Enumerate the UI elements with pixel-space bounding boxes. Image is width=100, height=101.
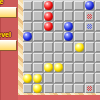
blue-ball[interactable] [23, 32, 32, 41]
board-cell[interactable] [95, 32, 100, 41]
board-cell[interactable] [44, 22, 53, 31]
board-cell[interactable] [95, 11, 100, 20]
sidebar: Score Level [0, 0, 18, 100]
board-cell[interactable] [85, 11, 94, 20]
board-grid [23, 0, 100, 93]
board-cell[interactable] [85, 22, 94, 31]
board-cell[interactable] [44, 73, 53, 82]
board-cell[interactable] [33, 63, 42, 72]
board-cell[interactable] [74, 32, 83, 41]
board-cell[interactable] [85, 1, 94, 10]
board-cell[interactable] [54, 84, 63, 93]
board-cell[interactable] [95, 42, 100, 51]
board-cell[interactable] [64, 73, 73, 82]
yellow-ball[interactable] [23, 74, 32, 83]
board-cell[interactable] [85, 63, 94, 72]
board-cell[interactable] [85, 42, 94, 51]
yellow-ball[interactable] [75, 43, 84, 52]
board-cell[interactable] [44, 84, 53, 93]
frame-bottom-strip [17, 95, 100, 101]
board-cell[interactable] [74, 1, 83, 10]
red-ball[interactable] [44, 1, 53, 10]
yellow-ball[interactable] [33, 84, 42, 93]
board-cell[interactable] [85, 73, 94, 82]
board-cell[interactable] [33, 42, 42, 51]
board-cell[interactable] [74, 53, 83, 62]
board-cell[interactable] [54, 22, 63, 31]
board-cell[interactable] [74, 84, 83, 93]
board-cell[interactable] [54, 11, 63, 20]
board-cell[interactable] [44, 1, 53, 10]
board-cell[interactable] [74, 42, 83, 51]
board-cell[interactable] [54, 42, 63, 51]
board-cell[interactable] [44, 42, 53, 51]
board-cell[interactable] [74, 63, 83, 72]
board-cell[interactable] [33, 22, 42, 31]
yellow-ball[interactable] [44, 63, 53, 72]
board-cell[interactable] [44, 11, 53, 20]
red-ball[interactable] [44, 22, 53, 31]
board-cell[interactable] [23, 53, 32, 62]
board-cell[interactable] [23, 42, 32, 51]
board-cell[interactable] [54, 73, 63, 82]
board-cell[interactable] [95, 1, 100, 10]
blue-ball[interactable] [64, 22, 73, 31]
red-ball[interactable] [44, 12, 53, 21]
board-cell[interactable] [44, 63, 53, 72]
board-cell[interactable] [33, 53, 42, 62]
score-label: Score [0, 0, 3, 5]
board-cell[interactable] [23, 63, 32, 72]
level-label: Level [0, 31, 11, 38]
board-cell[interactable] [64, 84, 73, 93]
next-red-ball-preview-icon [87, 86, 92, 91]
board-cell[interactable] [95, 73, 100, 82]
yellow-ball[interactable] [54, 63, 63, 72]
board-cell[interactable] [23, 1, 32, 10]
board-cell[interactable] [64, 11, 73, 20]
board-cell[interactable] [23, 73, 32, 82]
board-cell[interactable] [95, 63, 100, 72]
next-red-ball-preview-icon [87, 14, 92, 19]
board-cell[interactable] [33, 1, 42, 10]
blue-ball[interactable] [64, 32, 73, 41]
board-cell[interactable] [64, 63, 73, 72]
board-cell[interactable] [54, 32, 63, 41]
board-cell[interactable] [95, 53, 100, 62]
board-cell[interactable] [74, 73, 83, 82]
board-cell[interactable] [33, 11, 42, 20]
board-cell[interactable] [33, 84, 42, 93]
board-cell[interactable] [44, 53, 53, 62]
board-cell[interactable] [64, 53, 73, 62]
board-cell[interactable] [64, 1, 73, 10]
board-cell[interactable] [85, 84, 94, 93]
game-window: Score Level [0, 0, 100, 100]
board-cell[interactable] [74, 22, 83, 31]
board-cell[interactable] [23, 22, 32, 31]
board-cell[interactable] [23, 32, 32, 41]
score-value-box [0, 7, 17, 18]
board-cell[interactable] [54, 1, 63, 10]
board-cell[interactable] [64, 42, 73, 51]
board-cell[interactable] [85, 53, 94, 62]
board-cell[interactable] [44, 32, 53, 41]
yellow-ball[interactable] [33, 74, 42, 83]
board-cell[interactable] [95, 84, 100, 93]
board-cell[interactable] [64, 22, 73, 31]
board-cell[interactable] [64, 32, 73, 41]
board-cell[interactable] [33, 73, 42, 82]
board-cell[interactable] [54, 53, 63, 62]
board-cell[interactable] [23, 84, 32, 93]
level-value-box [0, 40, 17, 51]
board-cell[interactable] [74, 11, 83, 20]
board-cell[interactable] [85, 32, 94, 41]
board-cell[interactable] [95, 22, 100, 31]
board-cell[interactable] [54, 63, 63, 72]
board-cell[interactable] [23, 11, 32, 20]
board-cell[interactable] [33, 32, 42, 41]
next-blue-ball-preview-icon [87, 24, 92, 29]
blue-ball[interactable] [85, 1, 94, 10]
